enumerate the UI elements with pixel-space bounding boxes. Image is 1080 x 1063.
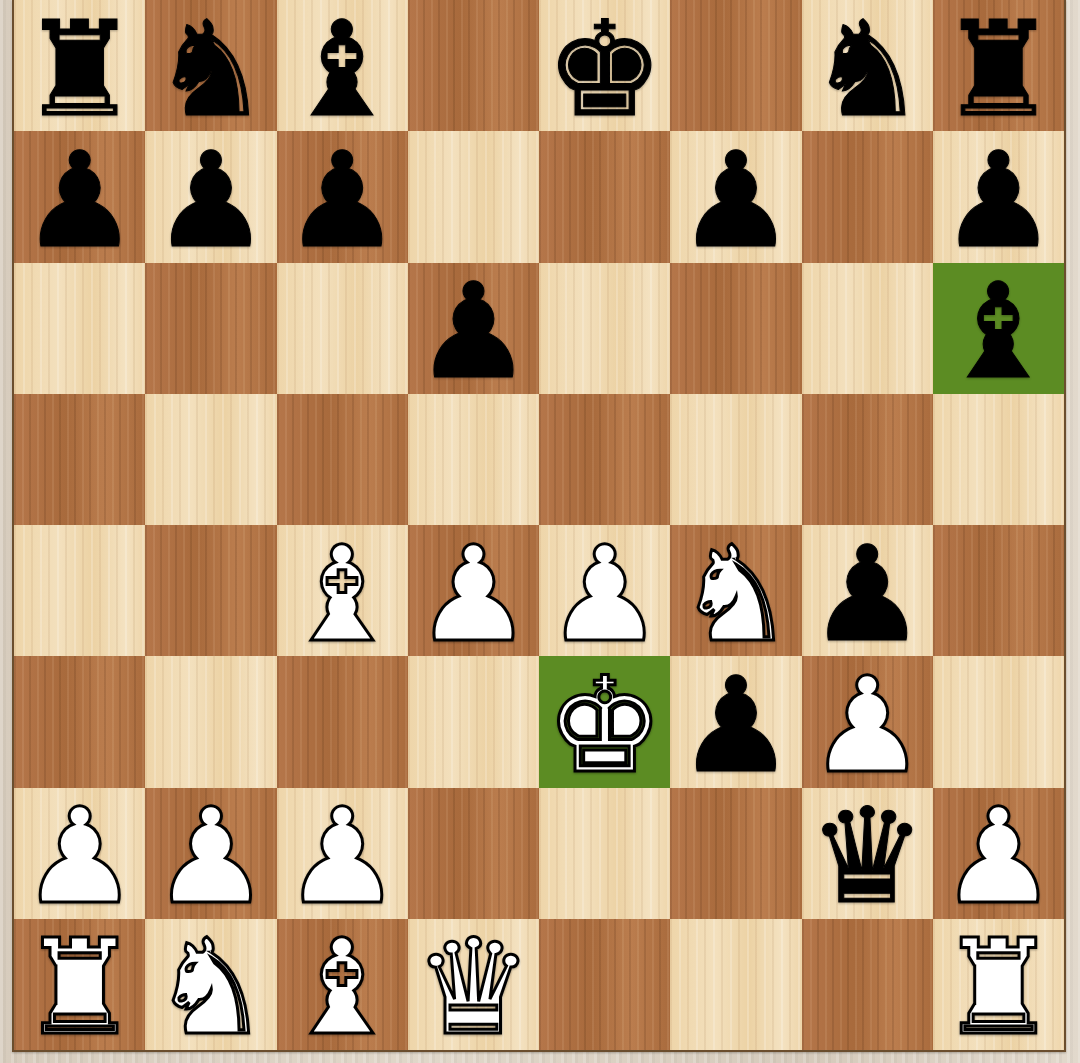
square-d3[interactable] xyxy=(408,656,539,787)
piece-white-pawn[interactable]: ♟ xyxy=(808,659,926,788)
square-a8[interactable]: ♜ xyxy=(14,0,145,131)
square-g1[interactable] xyxy=(802,919,933,1050)
square-e4[interactable]: ♟ xyxy=(539,525,670,656)
piece-black-pawn[interactable]: ♟ xyxy=(20,134,138,263)
piece-white-pawn[interactable]: ♟ xyxy=(283,790,401,919)
square-c4[interactable]: ♝ xyxy=(277,525,408,656)
piece-black-pawn[interactable]: ♟ xyxy=(939,134,1057,263)
square-e5[interactable] xyxy=(539,394,670,525)
piece-black-pawn[interactable]: ♟ xyxy=(677,134,795,263)
piece-black-rook[interactable]: ♜ xyxy=(20,3,138,132)
piece-black-pawn[interactable]: ♟ xyxy=(677,659,795,788)
square-e7[interactable] xyxy=(539,131,670,262)
piece-white-bishop[interactable]: ♝ xyxy=(283,528,401,657)
square-a2[interactable]: ♟ xyxy=(14,788,145,919)
piece-black-king[interactable]: ♚ xyxy=(545,3,663,132)
piece-white-queen[interactable]: ♛ xyxy=(414,921,532,1050)
square-h2[interactable]: ♟ xyxy=(933,788,1064,919)
square-a4[interactable] xyxy=(14,525,145,656)
square-a3[interactable] xyxy=(14,656,145,787)
square-b5[interactable] xyxy=(145,394,276,525)
square-f5[interactable] xyxy=(670,394,801,525)
piece-black-pawn[interactable]: ♟ xyxy=(152,134,270,263)
piece-white-rook[interactable]: ♜ xyxy=(939,921,1057,1050)
piece-white-pawn[interactable]: ♟ xyxy=(152,790,270,919)
piece-black-knight[interactable]: ♞ xyxy=(808,3,926,132)
piece-white-king[interactable]: ♚ xyxy=(545,659,663,788)
piece-black-bishop[interactable]: ♝ xyxy=(283,3,401,132)
square-e8[interactable]: ♚ xyxy=(539,0,670,131)
square-c2[interactable]: ♟ xyxy=(277,788,408,919)
square-h7[interactable]: ♟ xyxy=(933,131,1064,262)
piece-black-knight[interactable]: ♞ xyxy=(152,3,270,132)
piece-black-rook[interactable]: ♜ xyxy=(939,3,1057,132)
square-f2[interactable] xyxy=(670,788,801,919)
square-c1[interactable]: ♝ xyxy=(277,919,408,1050)
square-f6[interactable] xyxy=(670,263,801,394)
square-f7[interactable]: ♟ xyxy=(670,131,801,262)
square-g7[interactable] xyxy=(802,131,933,262)
square-a1[interactable]: ♜ xyxy=(14,919,145,1050)
square-b3[interactable] xyxy=(145,656,276,787)
square-d1[interactable]: ♛ xyxy=(408,919,539,1050)
piece-white-rook[interactable]: ♜ xyxy=(20,921,138,1050)
square-c6[interactable] xyxy=(277,263,408,394)
piece-black-pawn[interactable]: ♟ xyxy=(808,528,926,657)
square-e2[interactable] xyxy=(539,788,670,919)
piece-white-pawn[interactable]: ♟ xyxy=(545,528,663,657)
square-h8[interactable]: ♜ xyxy=(933,0,1064,131)
piece-black-pawn[interactable]: ♟ xyxy=(283,134,401,263)
chess-board: ♜♞♝♚♞♜♟♟♟♟♟♟♝♝♟♟♞♟♚♟♟♟♟♟♛♟♜♞♝♛♜ xyxy=(14,0,1064,1050)
square-b7[interactable]: ♟ xyxy=(145,131,276,262)
page-background: { "game": "chess", "board_theme": "wood"… xyxy=(0,0,1080,1063)
square-f1[interactable] xyxy=(670,919,801,1050)
square-f4[interactable]: ♞ xyxy=(670,525,801,656)
piece-black-bishop[interactable]: ♝ xyxy=(939,265,1057,394)
square-b1[interactable]: ♞ xyxy=(145,919,276,1050)
square-h6[interactable]: ♝ xyxy=(933,263,1064,394)
square-h3[interactable] xyxy=(933,656,1064,787)
square-a7[interactable]: ♟ xyxy=(14,131,145,262)
square-b2[interactable]: ♟ xyxy=(145,788,276,919)
piece-white-knight[interactable]: ♞ xyxy=(677,528,795,657)
square-g6[interactable] xyxy=(802,263,933,394)
square-f3[interactable]: ♟ xyxy=(670,656,801,787)
square-h1[interactable]: ♜ xyxy=(933,919,1064,1050)
square-e1[interactable] xyxy=(539,919,670,1050)
square-e6[interactable] xyxy=(539,263,670,394)
piece-black-queen[interactable]: ♛ xyxy=(808,790,926,919)
square-d4[interactable]: ♟ xyxy=(408,525,539,656)
square-g8[interactable]: ♞ xyxy=(802,0,933,131)
piece-white-pawn[interactable]: ♟ xyxy=(414,528,532,657)
square-c7[interactable]: ♟ xyxy=(277,131,408,262)
piece-white-knight[interactable]: ♞ xyxy=(152,921,270,1050)
square-e3[interactable]: ♚ xyxy=(539,656,670,787)
square-d5[interactable] xyxy=(408,394,539,525)
square-g5[interactable] xyxy=(802,394,933,525)
square-g2[interactable]: ♛ xyxy=(802,788,933,919)
square-c5[interactable] xyxy=(277,394,408,525)
square-a5[interactable] xyxy=(14,394,145,525)
square-b6[interactable] xyxy=(145,263,276,394)
square-d8[interactable] xyxy=(408,0,539,131)
piece-white-bishop[interactable]: ♝ xyxy=(283,921,401,1050)
square-c3[interactable] xyxy=(277,656,408,787)
square-h4[interactable] xyxy=(933,525,1064,656)
square-d7[interactable] xyxy=(408,131,539,262)
square-h5[interactable] xyxy=(933,394,1064,525)
chess-board-frame: ♜♞♝♚♞♜♟♟♟♟♟♟♝♝♟♟♞♟♚♟♟♟♟♟♛♟♜♞♝♛♜ xyxy=(12,0,1066,1052)
square-b4[interactable] xyxy=(145,525,276,656)
square-b8[interactable]: ♞ xyxy=(145,0,276,131)
square-g3[interactable]: ♟ xyxy=(802,656,933,787)
square-f8[interactable] xyxy=(670,0,801,131)
square-d2[interactable] xyxy=(408,788,539,919)
square-a6[interactable] xyxy=(14,263,145,394)
piece-white-pawn[interactable]: ♟ xyxy=(20,790,138,919)
square-g4[interactable]: ♟ xyxy=(802,525,933,656)
piece-black-pawn[interactable]: ♟ xyxy=(414,265,532,394)
square-d6[interactable]: ♟ xyxy=(408,263,539,394)
square-c8[interactable]: ♝ xyxy=(277,0,408,131)
piece-white-pawn[interactable]: ♟ xyxy=(939,790,1057,919)
